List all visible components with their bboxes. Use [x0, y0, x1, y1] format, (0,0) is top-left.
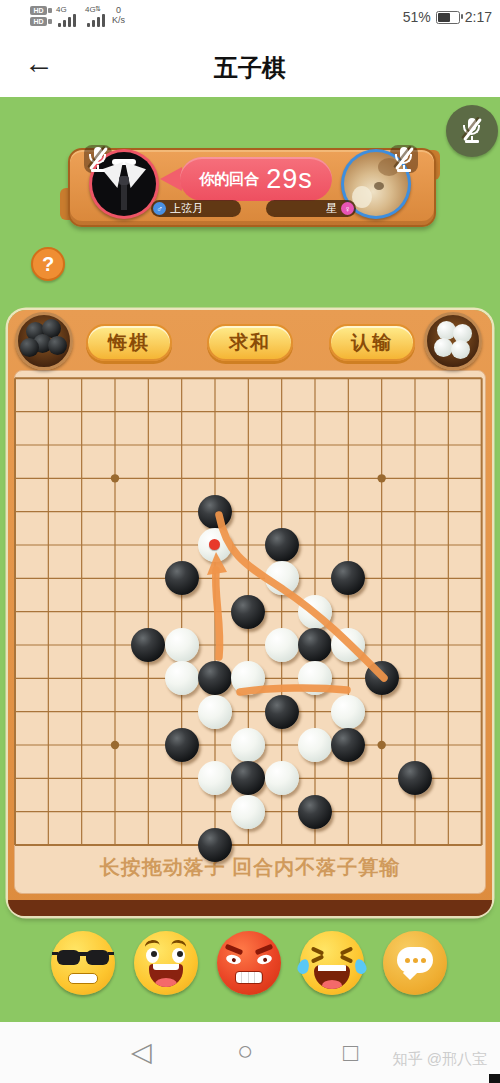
help-button[interactable]: ?	[31, 247, 65, 281]
battery-percent: 51%	[403, 9, 431, 25]
panel-bottom-edge	[8, 900, 492, 916]
draw-button[interactable]: 求和	[207, 324, 293, 361]
right-player-name-tag: 星 ♀	[266, 200, 356, 217]
white-stones-bowl	[424, 312, 482, 370]
emoji-laugh-cry[interactable]	[300, 931, 364, 995]
turn-timer: 29s	[266, 164, 313, 195]
male-icon: ♂	[153, 202, 166, 215]
signal-icon-sim1: 4G	[56, 5, 82, 29]
nav-recent-icon[interactable]: □	[343, 1038, 358, 1067]
emoji-chat-bubble[interactable]	[383, 931, 447, 995]
turn-label: 你的回合	[199, 170, 259, 189]
nav-home-icon[interactable]: ○	[237, 1036, 253, 1067]
muted-mic-icon	[458, 116, 486, 144]
app-screen: HD HD 4G 4G ⇅ 0 K/s 51% 2:17 ← 五子棋	[0, 0, 500, 1083]
undo-button[interactable]: 悔棋	[86, 324, 172, 361]
android-nav-bar: ◁ ○ □ 知乎 @邢八宝	[0, 1022, 500, 1083]
female-icon: ♀	[341, 202, 354, 215]
emoji-cool-sunglasses[interactable]	[51, 931, 115, 995]
right-player-muted-mic-icon	[390, 145, 418, 173]
battery-icon	[436, 11, 460, 24]
hd-voice-icons: HD HD	[30, 6, 47, 28]
mute-voice-button[interactable]	[446, 105, 498, 157]
page-title: 五子棋	[0, 52, 500, 84]
hd-badge-1: HD	[30, 6, 47, 15]
left-player-name-tag: ♂ 上弦月	[151, 200, 241, 217]
resign-button[interactable]: 认输	[329, 324, 415, 361]
black-stones-bowl	[15, 312, 73, 370]
turn-arrow-icon	[160, 167, 182, 191]
watermark-text: 知乎 @邢八宝	[393, 1050, 487, 1069]
nav-back-icon[interactable]: ◁	[131, 1036, 152, 1068]
turn-timer-pill: 你的回合 29s	[180, 157, 332, 201]
title-bar: ← 五子棋	[0, 34, 500, 97]
network-speed: 0 K/s	[112, 5, 125, 25]
board-surface[interactable]	[14, 370, 486, 894]
board-panel: 悔棋 求和 认输 长按拖动落子 回合内不落子算输	[8, 310, 492, 916]
hd-badge-2: HD	[30, 17, 47, 26]
left-player-name: 上弦月	[170, 201, 203, 216]
board-hint-text: 长按拖动落子 回合内不落子算输	[8, 854, 492, 881]
left-player-muted-mic-icon	[84, 145, 112, 173]
signal-icon-sim2: 4G ⇅	[85, 5, 111, 29]
emoji-excited[interactable]	[134, 931, 198, 995]
clock-time: 2:17	[465, 9, 492, 25]
right-player-name: 星	[326, 201, 337, 216]
emoji-angry[interactable]	[217, 931, 281, 995]
status-bar: HD HD 4G 4G ⇅ 0 K/s 51% 2:17	[0, 0, 500, 34]
corner-artifact	[489, 1074, 500, 1083]
